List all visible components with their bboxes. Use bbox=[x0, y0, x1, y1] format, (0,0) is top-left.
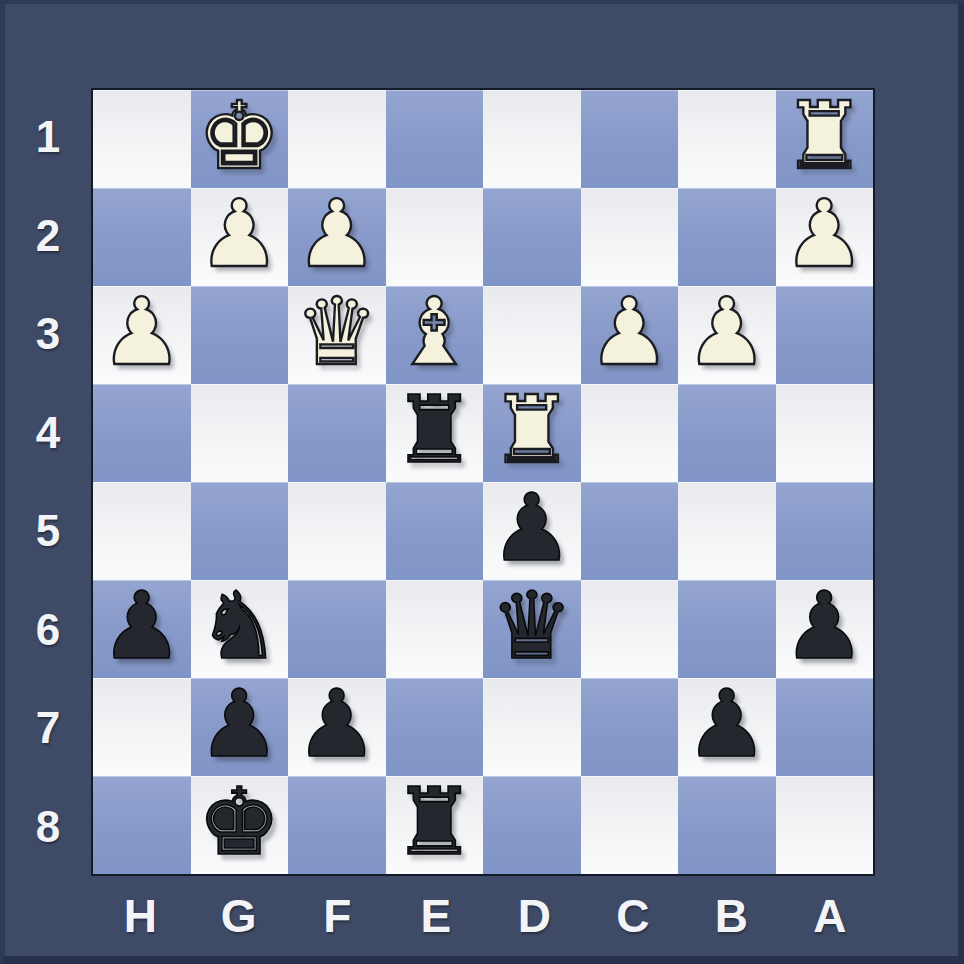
square-g8[interactable]: ♚ bbox=[191, 776, 289, 874]
square-g6[interactable]: ♞ bbox=[191, 580, 289, 678]
square-f2[interactable]: ♟ bbox=[288, 188, 386, 286]
square-a5[interactable] bbox=[776, 482, 874, 580]
white-pawn-a2[interactable]: ♟ bbox=[783, 188, 866, 281]
file-label-f: F bbox=[288, 876, 387, 956]
black-knight-g6[interactable]: ♞ bbox=[198, 580, 281, 673]
black-rook-e4[interactable]: ♜ bbox=[393, 384, 476, 477]
square-h5[interactable] bbox=[93, 482, 191, 580]
white-queen-f3[interactable]: ♛ bbox=[295, 286, 378, 379]
square-e8[interactable]: ♜ bbox=[386, 776, 484, 874]
square-a8[interactable] bbox=[776, 776, 874, 874]
square-g2[interactable]: ♟ bbox=[191, 188, 289, 286]
white-rook-a1[interactable]: ♜ bbox=[783, 90, 866, 183]
square-e5[interactable] bbox=[386, 482, 484, 580]
file-labels: HGFEDCBA bbox=[91, 876, 879, 956]
rank-labels: 12345678 bbox=[5, 88, 91, 876]
square-d1[interactable] bbox=[483, 90, 581, 188]
black-pawn-h6[interactable]: ♟ bbox=[100, 580, 183, 673]
rank-label-2: 2 bbox=[5, 187, 91, 286]
square-b2[interactable] bbox=[678, 188, 776, 286]
black-pawn-d5[interactable]: ♟ bbox=[490, 482, 573, 575]
file-label-g: G bbox=[190, 876, 289, 956]
square-g7[interactable]: ♟ bbox=[191, 678, 289, 776]
square-c4[interactable] bbox=[581, 384, 679, 482]
square-e2[interactable] bbox=[386, 188, 484, 286]
square-d2[interactable] bbox=[483, 188, 581, 286]
square-c3[interactable]: ♟ bbox=[581, 286, 679, 384]
square-d3[interactable] bbox=[483, 286, 581, 384]
square-c7[interactable] bbox=[581, 678, 679, 776]
white-pawn-h3[interactable]: ♟ bbox=[100, 286, 183, 379]
black-pawn-a6[interactable]: ♟ bbox=[783, 580, 866, 673]
black-rook-e8[interactable]: ♜ bbox=[393, 776, 476, 869]
square-a2[interactable]: ♟ bbox=[776, 188, 874, 286]
square-e1[interactable] bbox=[386, 90, 484, 188]
square-a6[interactable]: ♟ bbox=[776, 580, 874, 678]
square-d5[interactable]: ♟ bbox=[483, 482, 581, 580]
square-h6[interactable]: ♟ bbox=[93, 580, 191, 678]
square-g4[interactable] bbox=[191, 384, 289, 482]
square-d7[interactable] bbox=[483, 678, 581, 776]
square-d6[interactable]: ♛ bbox=[483, 580, 581, 678]
square-h4[interactable] bbox=[93, 384, 191, 482]
square-h8[interactable] bbox=[93, 776, 191, 874]
square-h3[interactable]: ♟ bbox=[93, 286, 191, 384]
square-c1[interactable] bbox=[581, 90, 679, 188]
square-a1[interactable]: ♜ bbox=[776, 90, 874, 188]
square-a4[interactable] bbox=[776, 384, 874, 482]
square-h2[interactable] bbox=[93, 188, 191, 286]
square-h1[interactable] bbox=[93, 90, 191, 188]
square-f6[interactable] bbox=[288, 580, 386, 678]
square-b4[interactable] bbox=[678, 384, 776, 482]
square-c2[interactable] bbox=[581, 188, 679, 286]
white-king-g1[interactable]: ♚ bbox=[198, 90, 281, 183]
square-f1[interactable] bbox=[288, 90, 386, 188]
chess-board-window: 12345678 ♚♜♟♟♟♟♛♝♟♟♜♜♟♟♞♛♟♟♟♟♚♜ HGFEDCBA bbox=[0, 0, 964, 964]
square-b7[interactable]: ♟ bbox=[678, 678, 776, 776]
square-f3[interactable]: ♛ bbox=[288, 286, 386, 384]
white-pawn-g2[interactable]: ♟ bbox=[198, 188, 281, 281]
rank-label-7: 7 bbox=[5, 679, 91, 778]
square-e4[interactable]: ♜ bbox=[386, 384, 484, 482]
file-label-h: H bbox=[91, 876, 190, 956]
square-b8[interactable] bbox=[678, 776, 776, 874]
white-pawn-b3[interactable]: ♟ bbox=[685, 286, 768, 379]
chess-board[interactable]: ♚♜♟♟♟♟♛♝♟♟♜♜♟♟♞♛♟♟♟♟♚♜ bbox=[91, 88, 875, 876]
rank-label-6: 6 bbox=[5, 581, 91, 680]
rank-label-4: 4 bbox=[5, 384, 91, 483]
square-c5[interactable] bbox=[581, 482, 679, 580]
rank-label-3: 3 bbox=[5, 285, 91, 384]
square-e7[interactable] bbox=[386, 678, 484, 776]
square-b3[interactable]: ♟ bbox=[678, 286, 776, 384]
square-f8[interactable] bbox=[288, 776, 386, 874]
square-b5[interactable] bbox=[678, 482, 776, 580]
square-b1[interactable] bbox=[678, 90, 776, 188]
rank-label-5: 5 bbox=[5, 482, 91, 581]
square-g3[interactable] bbox=[191, 286, 289, 384]
square-a3[interactable] bbox=[776, 286, 874, 384]
square-f4[interactable] bbox=[288, 384, 386, 482]
black-pawn-g7[interactable]: ♟ bbox=[198, 678, 281, 771]
square-d4[interactable]: ♜ bbox=[483, 384, 581, 482]
white-bishop-e3[interactable]: ♝ bbox=[393, 286, 476, 379]
black-king-g8[interactable]: ♚ bbox=[198, 776, 281, 869]
square-e6[interactable] bbox=[386, 580, 484, 678]
file-label-a: A bbox=[781, 876, 880, 956]
square-b6[interactable] bbox=[678, 580, 776, 678]
square-c8[interactable] bbox=[581, 776, 679, 874]
file-label-b: B bbox=[682, 876, 781, 956]
square-d8[interactable] bbox=[483, 776, 581, 874]
square-g5[interactable] bbox=[191, 482, 289, 580]
square-a7[interactable] bbox=[776, 678, 874, 776]
square-f7[interactable]: ♟ bbox=[288, 678, 386, 776]
file-label-e: E bbox=[387, 876, 486, 956]
rank-label-8: 8 bbox=[5, 778, 91, 877]
white-rook-d4[interactable]: ♜ bbox=[490, 384, 573, 477]
black-queen-d6[interactable]: ♛ bbox=[490, 580, 573, 673]
square-c6[interactable] bbox=[581, 580, 679, 678]
square-f5[interactable] bbox=[288, 482, 386, 580]
square-g1[interactable]: ♚ bbox=[191, 90, 289, 188]
black-pawn-b7[interactable]: ♟ bbox=[685, 678, 768, 771]
file-label-d: D bbox=[485, 876, 584, 956]
white-pawn-f2[interactable]: ♟ bbox=[295, 188, 378, 281]
square-e3[interactable]: ♝ bbox=[386, 286, 484, 384]
square-h7[interactable] bbox=[93, 678, 191, 776]
file-label-c: C bbox=[584, 876, 683, 956]
white-pawn-c3[interactable]: ♟ bbox=[588, 286, 671, 379]
rank-label-1: 1 bbox=[5, 88, 91, 187]
black-pawn-f7[interactable]: ♟ bbox=[295, 678, 378, 771]
